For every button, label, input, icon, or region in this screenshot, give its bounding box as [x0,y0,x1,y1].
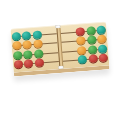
disc-orange[interactable] [76,36,86,45]
disc-red[interactable] [76,27,86,36]
right-r1-slot-2 [76,27,86,36]
disc-orange[interactable] [33,40,43,49]
right-r1-slot-4 [97,26,107,35]
disc-teal[interactable] [78,55,88,64]
right-r4-slot-2 [78,55,88,64]
disc-red[interactable] [24,59,34,68]
disc-green[interactable] [86,26,96,35]
left-r3-slot-3 [34,49,44,58]
disc-green[interactable] [13,50,23,59]
left-r3-slot-2 [23,50,33,59]
right-r4-slot-4 [99,53,109,62]
disc-orange[interactable] [97,35,107,44]
photo-scene [0,0,120,120]
disc-teal[interactable] [32,31,42,40]
disc-green[interactable] [87,36,97,45]
disc-orange[interactable] [77,46,87,55]
left-r1-slot-3 [32,31,42,40]
right-r2-slot-4 [97,35,107,44]
right-r3-slot-2 [77,46,87,55]
right-r2-slot-2 [76,36,86,45]
right-r3-slot-3 [88,45,98,54]
right-r1-slot-3 [86,26,96,35]
left-r4-slot-3 [34,58,44,67]
board-left-half [10,26,55,73]
disc-teal[interactable] [11,32,21,41]
disc-teal[interactable] [22,31,32,40]
left-r4-slot-1 [13,60,23,69]
right-r4-slot-3 [88,54,98,63]
right-row-4 [67,53,109,64]
left-r4-slot-2 [24,59,34,68]
disc-red[interactable] [88,54,98,63]
disc-red[interactable] [99,53,109,62]
left-r3-slot-1 [13,50,23,59]
board-right-half [64,21,109,68]
disc-orange[interactable] [23,40,33,49]
right-r2-slot-3 [87,36,97,45]
bottom-center-hole [58,66,63,69]
disc-green[interactable] [34,49,44,58]
left-row-4 [13,57,55,68]
disc-red[interactable] [13,60,23,69]
disc-red[interactable] [34,58,44,67]
disc-orange[interactable] [12,41,22,50]
left-r2-slot-3 [33,40,43,49]
right-r3-slot-4 [98,44,108,53]
left-r1-slot-2 [22,31,32,40]
disc-green[interactable] [88,45,98,54]
disc-teal[interactable] [98,44,108,53]
disc-green[interactable] [23,50,33,59]
board-face [10,21,109,72]
disc-teal[interactable] [97,26,107,35]
slide-puzzle-board [10,21,109,76]
left-r1-slot-1 [11,32,21,41]
left-r2-slot-1 [12,41,22,50]
left-r2-slot-2 [23,40,33,49]
